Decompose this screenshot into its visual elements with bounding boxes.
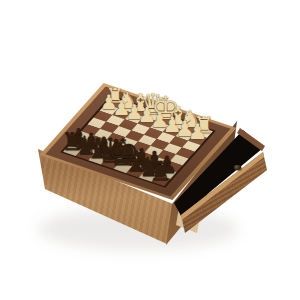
piece-white-pawn-h2[interactable]: ♟	[188, 122, 207, 144]
chess-set-photo: ♜♞♝♛♚♝♞♜♟♟♟♟♟♟♟♟♟♟♟♟♟♟♟♟♜♞♝♛♚♝♞♜	[0, 0, 300, 300]
piece-black-rook-h8[interactable]: ♜	[149, 158, 173, 185]
drawer-knob[interactable]	[234, 165, 241, 170]
